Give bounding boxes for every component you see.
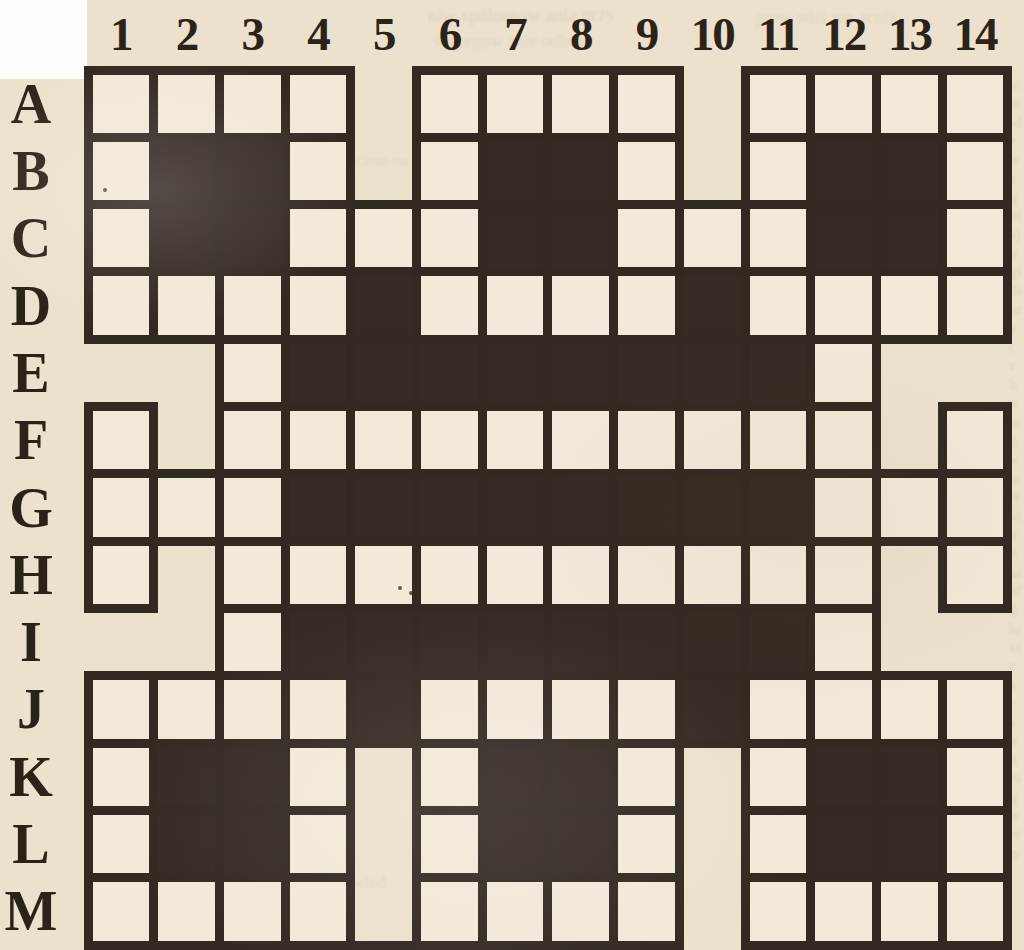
black-cell xyxy=(412,335,487,411)
grid-cell xyxy=(84,873,159,949)
black-cell xyxy=(149,200,224,276)
black-cell xyxy=(478,469,553,545)
black-cell xyxy=(675,267,750,343)
black-cell xyxy=(478,133,553,209)
black-cell xyxy=(806,806,881,882)
grid-cell xyxy=(149,66,224,142)
black-cell xyxy=(346,267,421,343)
grid-cell xyxy=(675,402,750,478)
grid-cell xyxy=(84,66,159,142)
grid-cell xyxy=(215,66,290,142)
black-cell xyxy=(478,335,553,411)
black-cell xyxy=(675,604,750,680)
grid-cell xyxy=(938,671,1013,747)
black-cell xyxy=(281,604,356,680)
column-label: 12 xyxy=(822,7,865,61)
grid-cell xyxy=(478,66,553,142)
grid-cell xyxy=(806,537,881,613)
grid-cell xyxy=(543,66,618,142)
grid-cell xyxy=(149,469,224,545)
grid-cell xyxy=(84,133,159,209)
grid-cell xyxy=(609,739,684,815)
row-label: B xyxy=(12,139,49,203)
black-cell xyxy=(215,200,290,276)
column-label: 10 xyxy=(691,7,734,61)
grid-cell xyxy=(938,133,1013,209)
black-cell xyxy=(149,739,224,815)
column-label: 4 xyxy=(307,7,329,61)
grid-cell xyxy=(215,469,290,545)
black-cell xyxy=(543,133,618,209)
grid-cell xyxy=(478,537,553,613)
scan-white-patch xyxy=(0,0,87,79)
grid-cell xyxy=(741,739,816,815)
grid-cell xyxy=(741,267,816,343)
grid-cell xyxy=(609,267,684,343)
row-label: E xyxy=(12,341,49,405)
black-cell xyxy=(412,604,487,680)
grid-cell xyxy=(675,537,750,613)
grid-cell xyxy=(346,200,421,276)
black-cell xyxy=(675,671,750,747)
grid-cell xyxy=(543,873,618,949)
grid-cell xyxy=(938,267,1013,343)
black-cell xyxy=(543,604,618,680)
black-cell xyxy=(609,335,684,411)
grid-cell xyxy=(84,537,159,613)
column-label: 5 xyxy=(373,7,395,61)
black-cell xyxy=(806,739,881,815)
grid-cell xyxy=(412,806,487,882)
grid-cell xyxy=(938,402,1013,478)
column-label: 13 xyxy=(888,7,931,61)
scanned-page: niw spólnotow ania przysegregow anie odb… xyxy=(0,0,1024,950)
column-label: 3 xyxy=(242,7,264,61)
grid-cell xyxy=(609,671,684,747)
grid-cell xyxy=(346,402,421,478)
grid-cell xyxy=(412,671,487,747)
grid-cell xyxy=(84,402,159,478)
grid-cell xyxy=(478,873,553,949)
grid-cell xyxy=(84,267,159,343)
grid-cell xyxy=(281,873,356,949)
black-cell xyxy=(346,469,421,545)
grid-cell xyxy=(281,200,356,276)
ink-speck xyxy=(409,591,413,595)
grid-cell xyxy=(741,200,816,276)
black-cell xyxy=(543,806,618,882)
grid-cell xyxy=(84,200,159,276)
grid-cell xyxy=(215,671,290,747)
grid-cell xyxy=(412,873,487,949)
row-label: L xyxy=(12,812,49,876)
black-cell xyxy=(609,604,684,680)
ink-speck xyxy=(398,586,402,590)
grid-cell xyxy=(806,873,881,949)
grid-cell xyxy=(872,66,947,142)
row-label: M xyxy=(5,879,58,943)
black-cell xyxy=(609,469,684,545)
grid-cell xyxy=(741,671,816,747)
grid-cell xyxy=(281,739,356,815)
grid-cell xyxy=(84,671,159,747)
black-cell xyxy=(872,806,947,882)
grid-cell xyxy=(938,469,1013,545)
black-cell xyxy=(149,806,224,882)
grid-cell xyxy=(412,537,487,613)
grid-cell xyxy=(149,873,224,949)
black-cell xyxy=(478,604,553,680)
grid-cell xyxy=(806,402,881,478)
grid-cell xyxy=(412,267,487,343)
row-label: H xyxy=(9,543,53,607)
grid-cell xyxy=(412,66,487,142)
black-cell xyxy=(675,469,750,545)
grid-cell xyxy=(543,537,618,613)
grid-cell xyxy=(675,200,750,276)
row-label: F xyxy=(14,408,48,472)
grid-cell xyxy=(84,469,159,545)
row-label: D xyxy=(11,274,51,338)
grid-cell xyxy=(478,402,553,478)
grid-cell xyxy=(281,66,356,142)
black-cell xyxy=(543,469,618,545)
black-cell xyxy=(741,469,816,545)
black-cell xyxy=(281,469,356,545)
grid-cell xyxy=(741,537,816,613)
grid-cell xyxy=(215,537,290,613)
black-cell xyxy=(346,335,421,411)
black-cell xyxy=(478,739,553,815)
column-label: 1 xyxy=(110,7,132,61)
black-cell xyxy=(741,335,816,411)
grid-cell xyxy=(609,402,684,478)
column-label: 6 xyxy=(439,7,461,61)
row-label: I xyxy=(20,610,42,674)
grid-cell xyxy=(872,469,947,545)
row-label: A xyxy=(11,72,51,136)
grid-cell xyxy=(806,66,881,142)
grid-cell xyxy=(609,873,684,949)
grid-cell xyxy=(215,604,290,680)
grid-cell xyxy=(741,402,816,478)
column-label: 9 xyxy=(636,7,658,61)
column-label: 2 xyxy=(176,7,198,61)
black-cell xyxy=(675,335,750,411)
grid-cell xyxy=(938,537,1013,613)
grid-cell xyxy=(806,335,881,411)
grid-cell xyxy=(281,267,356,343)
grid-cell xyxy=(609,200,684,276)
grid-cell xyxy=(938,806,1013,882)
grid-cell xyxy=(938,873,1013,949)
grid-cell xyxy=(346,537,421,613)
grid-cell xyxy=(215,267,290,343)
grid-cell xyxy=(741,133,816,209)
grid-cell xyxy=(281,402,356,478)
grid-border-segment xyxy=(346,941,421,950)
grid-cell xyxy=(543,267,618,343)
grid-cell xyxy=(478,671,553,747)
black-cell xyxy=(478,200,553,276)
grid-cell xyxy=(149,671,224,747)
black-cell xyxy=(543,200,618,276)
row-label: G xyxy=(9,476,53,540)
grid-cell xyxy=(543,671,618,747)
black-cell xyxy=(215,806,290,882)
grid-cell xyxy=(872,267,947,343)
black-cell xyxy=(872,739,947,815)
black-cell xyxy=(149,133,224,209)
ink-speck xyxy=(103,188,107,192)
grid-cell xyxy=(215,873,290,949)
black-cell xyxy=(872,200,947,276)
grid-cell xyxy=(412,200,487,276)
grid-cell xyxy=(215,402,290,478)
grid-cell xyxy=(741,806,816,882)
column-label: 11 xyxy=(758,7,798,61)
grid-cell xyxy=(609,806,684,882)
column-label: 14 xyxy=(954,7,997,61)
black-cell xyxy=(412,469,487,545)
row-label: J xyxy=(17,677,45,741)
grid-cell xyxy=(281,806,356,882)
grid-cell xyxy=(806,267,881,343)
black-cell xyxy=(806,133,881,209)
grid-cell xyxy=(478,267,553,343)
grid-cell xyxy=(412,739,487,815)
grid-cell xyxy=(84,806,159,882)
grid-cell xyxy=(609,66,684,142)
black-cell xyxy=(543,739,618,815)
black-cell xyxy=(478,806,553,882)
grid-cell xyxy=(609,133,684,209)
grid-cell xyxy=(741,66,816,142)
grid-cell xyxy=(412,402,487,478)
grid-cell xyxy=(543,402,618,478)
grid-cell xyxy=(281,537,356,613)
grid-cell xyxy=(741,873,816,949)
grid-cell xyxy=(938,739,1013,815)
grid-cell xyxy=(281,671,356,747)
grid-cell xyxy=(938,200,1013,276)
grid-cell xyxy=(84,739,159,815)
grid-cell xyxy=(938,66,1013,142)
black-cell xyxy=(346,671,421,747)
row-label: C xyxy=(11,206,51,270)
grid-cell xyxy=(412,133,487,209)
black-cell xyxy=(741,604,816,680)
grid-cell xyxy=(609,537,684,613)
grid-cell xyxy=(281,133,356,209)
black-cell xyxy=(215,133,290,209)
row-label: K xyxy=(9,745,53,809)
black-cell xyxy=(806,200,881,276)
grid-cell xyxy=(149,267,224,343)
black-cell xyxy=(215,739,290,815)
grid-cell xyxy=(215,335,290,411)
black-cell xyxy=(281,335,356,411)
grid-cell xyxy=(872,671,947,747)
black-cell xyxy=(543,335,618,411)
black-cell xyxy=(346,604,421,680)
grid-cell xyxy=(806,469,881,545)
black-cell xyxy=(872,133,947,209)
grid-cell xyxy=(806,671,881,747)
column-label: 8 xyxy=(570,7,592,61)
column-label: 7 xyxy=(504,7,526,61)
grid-cell xyxy=(872,873,947,949)
grid-cell xyxy=(806,604,881,680)
